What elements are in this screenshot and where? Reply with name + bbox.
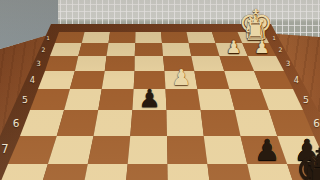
rank-label-right-4: 4 — [294, 76, 299, 84]
rank-label-left-5: 5 — [22, 95, 28, 104]
rank-label-right-3: 3 — [286, 60, 291, 67]
piece-black-pawn-e5[interactable]: ♟ — [138, 86, 160, 111]
rank-label-left-6: 6 — [13, 118, 20, 129]
rank-label-right-6: 6 — [313, 118, 320, 129]
rank-label-left-1: 1 — [46, 35, 49, 40]
rank-label-right-5: 5 — [303, 95, 309, 104]
piece-white-pawn-d4[interactable]: ♟ — [172, 67, 192, 89]
rank-label-left-4: 4 — [30, 76, 35, 84]
rank-label-right-2: 2 — [279, 46, 283, 52]
piece-black-rook-a8[interactable]: ♜ — [302, 158, 320, 180]
piece-white-pawn-b2[interactable]: ♟ — [226, 39, 241, 56]
piece-black-pawn-b7[interactable]: ♟ — [254, 136, 280, 165]
rank-label-left-2: 2 — [42, 46, 46, 52]
piece-white-pawn-a2[interactable]: ♟ — [254, 39, 269, 56]
rank-label-left-7: 7 — [1, 144, 8, 156]
chess-photo-scene: 1122334455667788♜♞♝♛♚♝♞♜♟♟♟♟♟♟♟♟♟♟♟♟♟♟♟♟… — [0, 0, 320, 180]
rank-label-left-3: 3 — [36, 60, 41, 67]
